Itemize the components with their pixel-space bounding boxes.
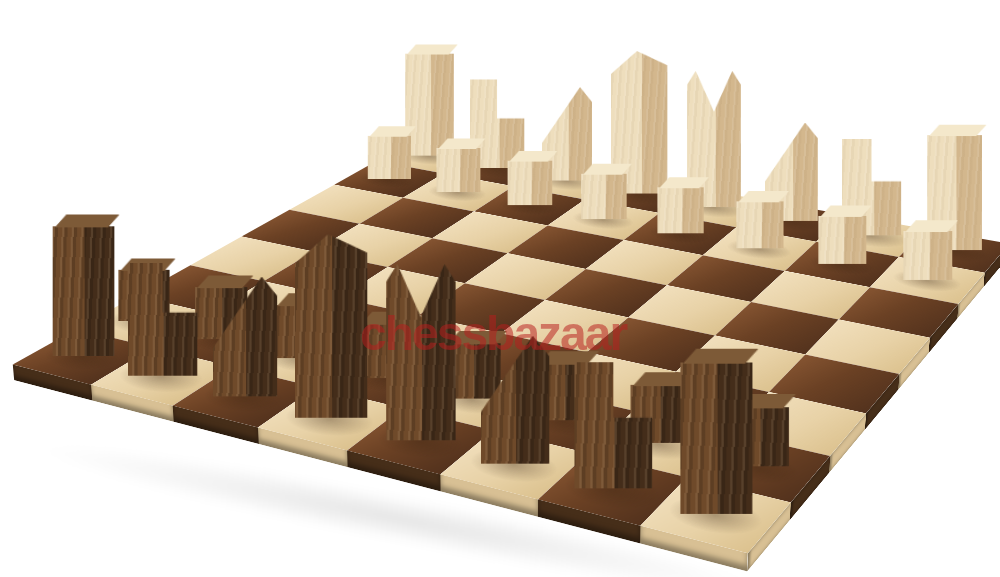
- piece-white-queen-d1: [687, 71, 741, 207]
- chess-board: [13, 139, 1000, 553]
- product-photo-stage: chessbazaar: [0, 0, 1000, 577]
- scene-3d: [0, 0, 1000, 577]
- piece-white-king-e1: [611, 51, 667, 193]
